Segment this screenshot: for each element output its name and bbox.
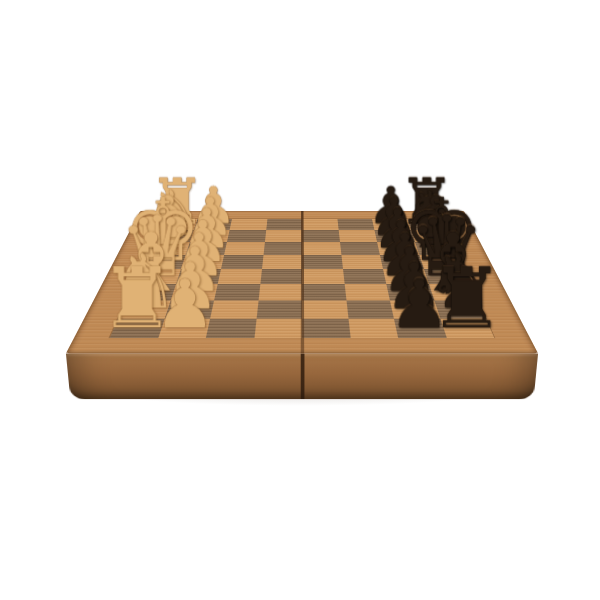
white-pawn-a2: ♟	[92, 270, 278, 337]
black-rook-a8: ♜	[374, 256, 560, 340]
front-edge-fold-seam	[300, 354, 304, 400]
board-front-edge	[66, 354, 538, 400]
chess-board: ♜♟♟♜♞♟♟♞♝♟♟♝♚♟♟♚♛♟♟♛♝♟♟♝♞♟♟♞♜♟♟♜	[66, 211, 538, 354]
chess-set-photo: ♜♟♟♜♞♟♟♞♝♟♟♝♚♟♟♚♛♟♟♛♝♟♟♝♞♟♟♞♜♟♟♜	[0, 0, 600, 600]
